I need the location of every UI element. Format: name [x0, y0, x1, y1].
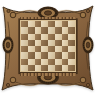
- board-square: [62, 21, 69, 27]
- chess-board-frame: [20, 20, 76, 72]
- board-square: [68, 65, 75, 71]
- oval-medallion-right-icon: [83, 37, 94, 54]
- board-square: [62, 65, 69, 71]
- board-square: [35, 65, 42, 71]
- board-square: [21, 65, 28, 71]
- board-square: [28, 65, 35, 71]
- oval-medallion-left-icon: [3, 37, 14, 54]
- beading-strip-bottom: [20, 73, 76, 76]
- board-square: [48, 65, 55, 71]
- board-square: [62, 59, 69, 65]
- board-square: [62, 46, 69, 52]
- board-square: [35, 21, 42, 27]
- chess-board: [21, 21, 75, 71]
- board-square: [35, 46, 42, 52]
- board-square: [35, 34, 42, 40]
- board-square: [35, 59, 42, 65]
- product-photo-stage: [0, 0, 96, 96]
- board-square: [62, 34, 69, 40]
- board-square: [41, 65, 48, 71]
- board-square: [55, 65, 62, 71]
